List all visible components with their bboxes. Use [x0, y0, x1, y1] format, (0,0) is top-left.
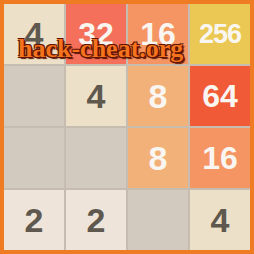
tile-16: 16: [190, 128, 250, 188]
tile-4: 4: [66, 66, 126, 126]
tile-64: 64: [190, 66, 250, 126]
empty-cell: [4, 128, 64, 188]
tile-256: 256: [190, 4, 250, 64]
tile-8: 8: [128, 128, 188, 188]
empty-cell: [128, 190, 188, 250]
empty-cell: [66, 128, 126, 188]
tile-2: 2: [66, 190, 126, 250]
tile-32: 32: [66, 4, 126, 64]
game-screen: 432162564864816224 hack-cheat.org: [0, 0, 254, 254]
tile-8: 8: [128, 66, 188, 126]
tile-4: 4: [190, 190, 250, 250]
tile-4: 4: [4, 4, 64, 64]
tile-16: 16: [128, 4, 188, 64]
2048-board[interactable]: 432162564864816224: [0, 0, 254, 254]
empty-cell: [4, 66, 64, 126]
tile-2: 2: [4, 190, 64, 250]
